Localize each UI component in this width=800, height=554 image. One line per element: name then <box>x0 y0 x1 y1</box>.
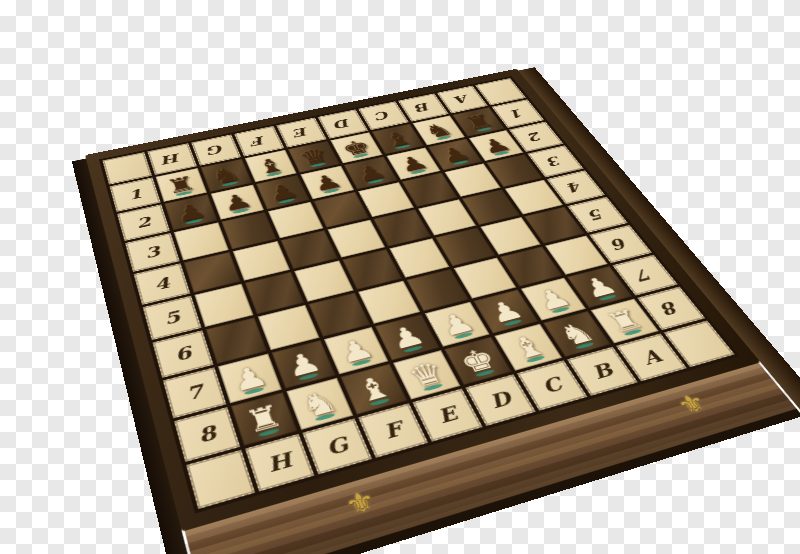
dark-pawn[interactable]: ♟ <box>173 199 209 225</box>
brass-latch-icon: ⚜ <box>672 390 712 419</box>
white-pawn[interactable]: ♟ <box>282 347 326 382</box>
white-pawn[interactable]: ♟ <box>531 284 576 315</box>
dark-bishop[interactable]: ♝ <box>380 128 416 150</box>
white-knight[interactable]: ♞ <box>297 385 342 422</box>
dark-pawn[interactable]: ♟ <box>352 161 389 185</box>
white-pawn[interactable]: ♟ <box>385 320 429 353</box>
dark-pawn[interactable]: ♟ <box>395 152 432 175</box>
white-rook[interactable]: ♜ <box>242 399 287 437</box>
white-pawn[interactable]: ♟ <box>334 333 378 367</box>
dark-pawn[interactable]: ♟ <box>219 189 255 214</box>
dark-queen[interactable]: ♛ <box>296 145 331 168</box>
white-queen[interactable]: ♛ <box>404 357 450 392</box>
dark-knight[interactable]: ♞ <box>421 120 457 141</box>
white-bishop[interactable]: ♝ <box>505 330 551 364</box>
transparent-checker-background: HGFEDCBA1♜♞♝♛♚♝♞♜12♟♟♟♟♟♟♟♟2334455667♟♟♟… <box>0 0 800 554</box>
dark-pawn[interactable]: ♟ <box>309 170 346 194</box>
white-pawn[interactable]: ♟ <box>435 308 479 340</box>
white-pawn[interactable]: ♟ <box>228 360 271 396</box>
dark-bishop[interactable]: ♝ <box>253 154 288 177</box>
white-bishop[interactable]: ♝ <box>351 371 397 407</box>
dark-knight[interactable]: ♞ <box>209 163 244 187</box>
brass-latch-icon: ⚜ <box>341 486 380 520</box>
white-knight[interactable]: ♞ <box>554 317 601 350</box>
dark-rook[interactable]: ♜ <box>461 111 497 132</box>
white-king[interactable]: ♚ <box>455 343 501 378</box>
dark-king[interactable]: ♚ <box>339 137 375 159</box>
white-pawn[interactable]: ♟ <box>483 296 528 328</box>
dark-rook[interactable]: ♜ <box>164 173 199 197</box>
chess-box: HGFEDCBA1♜♞♝♛♚♝♞♜12♟♟♟♟♟♟♟♟2334455667♟♟♟… <box>85 69 800 554</box>
dark-pawn[interactable]: ♟ <box>437 143 474 166</box>
white-pawn[interactable]: ♟ <box>577 272 622 302</box>
dark-pawn[interactable]: ♟ <box>477 134 514 156</box>
white-rook[interactable]: ♜ <box>601 305 648 337</box>
dark-pawn[interactable]: ♟ <box>265 180 301 205</box>
